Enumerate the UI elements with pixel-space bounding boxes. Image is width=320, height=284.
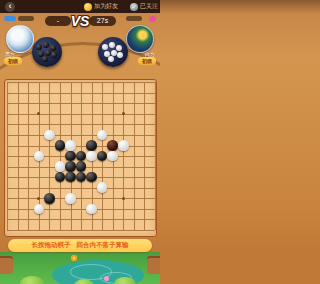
white-pebble (116, 45, 123, 52)
white-stone[interactable] (65, 193, 76, 204)
black-stone[interactable] (97, 151, 108, 162)
star-point (37, 112, 40, 115)
left-player-avatar[interactable] (6, 25, 34, 53)
white-pebble (108, 56, 115, 63)
add-friend-label: 加为好友 (94, 2, 118, 11)
move-timer: 27s (89, 16, 116, 26)
grid-line (144, 82, 145, 230)
hint-text-right: 回合内不落子算输 (77, 241, 129, 250)
last-move-black-stone[interactable] (107, 140, 118, 151)
vs-label: VS (0, 13, 160, 29)
grid-line (155, 82, 156, 230)
black-pebble (42, 56, 49, 63)
star-point (122, 112, 125, 115)
grid-line (7, 230, 155, 231)
white-stone[interactable] (55, 161, 66, 172)
black-stone[interactable] (65, 151, 76, 162)
black-stone-bowl (32, 37, 62, 67)
black-stone[interactable] (65, 172, 76, 183)
black-stone[interactable] (76, 172, 87, 183)
flower (71, 255, 77, 261)
white-stone[interactable] (118, 140, 129, 151)
followed-label: 已关注 (140, 2, 158, 11)
followed-icon: ✓ (130, 3, 138, 11)
white-stone[interactable] (97, 130, 108, 141)
left-player-rank-badge: 初级 (4, 57, 22, 65)
white-pebble (109, 42, 116, 49)
black-pebble (50, 45, 57, 52)
grid-line (7, 198, 155, 199)
black-pebble (51, 52, 58, 59)
black-stone[interactable] (44, 193, 55, 204)
grid-line (7, 209, 155, 210)
grid-line (7, 188, 155, 189)
black-stone[interactable] (86, 140, 97, 151)
gomoku-board[interactable] (4, 79, 157, 237)
lily-pad (114, 277, 136, 284)
bottom-scenery (0, 252, 160, 284)
black-stone[interactable] (76, 161, 87, 172)
grid-line (134, 82, 135, 230)
hint-text-left: 长按拖动棋子 (32, 241, 71, 250)
white-stone[interactable] (97, 182, 108, 193)
grid-line (123, 82, 124, 230)
white-stone[interactable] (86, 151, 97, 162)
white-stone[interactable] (86, 204, 97, 215)
star-point (37, 197, 40, 200)
white-pebble (102, 44, 109, 51)
lily-pad (20, 276, 44, 284)
petal (104, 276, 109, 281)
back-button[interactable]: ‹ (5, 2, 15, 12)
gomoku-match-screen: { "game": "gomoku (五子棋), 15x15 board", "… (0, 0, 160, 284)
add-friend-icon (84, 3, 92, 11)
followed-button[interactable]: ✓ 已关注 (130, 1, 158, 12)
wood-stump-right (147, 256, 160, 274)
add-friend-button[interactable]: 加为好友 (84, 1, 118, 12)
black-stone[interactable] (65, 161, 76, 172)
white-stone[interactable] (44, 130, 55, 141)
white-stone[interactable] (34, 151, 45, 162)
right-player-rank-badge: 初级 (138, 57, 156, 65)
white-stone-bowl (98, 37, 128, 67)
black-pebble (36, 44, 43, 51)
black-stone[interactable] (76, 151, 87, 162)
white-stone[interactable] (34, 204, 45, 215)
top-bar: ‹ 加为好友 ✓ 已关注 (0, 0, 160, 13)
right-player-avatar[interactable] (126, 25, 154, 53)
black-stone[interactable] (86, 172, 97, 183)
black-stone[interactable] (55, 172, 66, 183)
hint-banner: 长按拖动棋子 回合内不落子算输 (8, 239, 152, 252)
black-pebble (43, 42, 50, 49)
wood-stump-left (0, 256, 13, 274)
white-pebble (117, 52, 124, 59)
black-stone[interactable] (55, 140, 66, 151)
white-stone[interactable] (107, 151, 118, 162)
star-point (122, 197, 125, 200)
grid-line (7, 219, 155, 220)
white-stone[interactable] (65, 140, 76, 151)
